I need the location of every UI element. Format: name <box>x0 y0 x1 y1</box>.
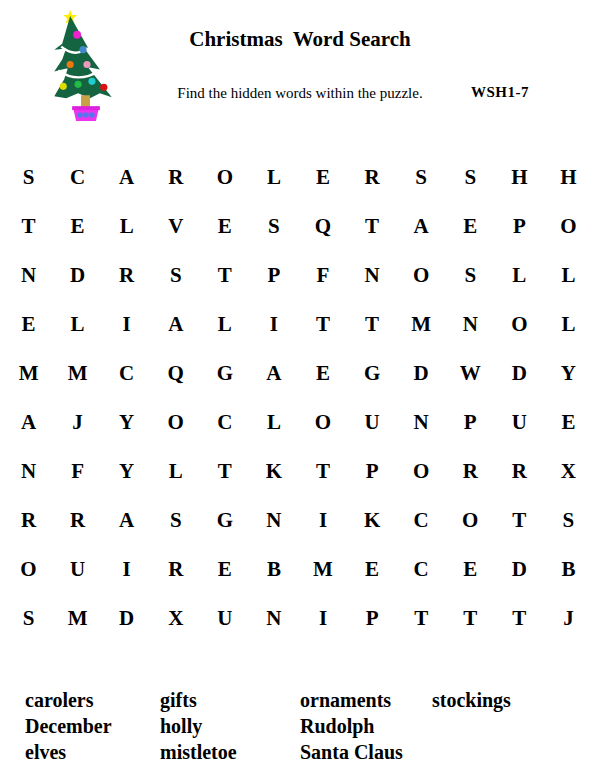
grid-cell-r1c4: R <box>151 153 200 202</box>
grid-cell-r7c9: O <box>397 447 446 496</box>
grid-cell-r7c1: N <box>4 447 53 496</box>
grid-cell-r1c2: C <box>53 153 102 202</box>
grid-cell-r6c12: E <box>544 398 593 447</box>
grid-cell-r1c10: S <box>446 153 495 202</box>
grid-cell-r8c3: A <box>102 496 151 545</box>
grid-cell-r9c12: B <box>544 545 593 594</box>
grid-cell-r4c6: I <box>249 300 298 349</box>
grid-cell-r6c1: A <box>4 398 53 447</box>
grid-cell-r2c12: O <box>544 202 593 251</box>
grid-cell-r6c4: O <box>151 398 200 447</box>
grid-cell-r3c12: L <box>544 251 593 300</box>
word-list-item: ornaments <box>300 687 403 713</box>
grid-cell-r8c9: C <box>397 496 446 545</box>
grid-cell-r4c11: O <box>495 300 544 349</box>
grid-cell-r9c11: D <box>495 545 544 594</box>
word-search-worksheet: Christmas Word Search Find the hidden wo… <box>0 0 600 772</box>
grid-cell-r8c8: K <box>348 496 397 545</box>
grid-cell-r9c8: E <box>348 545 397 594</box>
word-list-item: December <box>25 713 112 739</box>
grid-cell-r1c11: H <box>495 153 544 202</box>
grid-cell-r2c6: S <box>249 202 298 251</box>
grid-cell-r9c6: B <box>249 545 298 594</box>
grid-cell-r7c2: F <box>53 447 102 496</box>
grid-cell-r4c7: T <box>298 300 347 349</box>
grid-cell-r9c2: U <box>53 545 102 594</box>
grid-cell-r4c8: T <box>348 300 397 349</box>
grid-cell-r8c12: S <box>544 496 593 545</box>
grid-cell-r6c10: P <box>446 398 495 447</box>
grid-cell-r10c2: M <box>53 594 102 643</box>
grid-cell-r5c1: M <box>4 349 53 398</box>
grid-cell-r3c7: F <box>298 251 347 300</box>
grid-cell-r10c10: T <box>446 594 495 643</box>
grid-cell-r10c8: P <box>348 594 397 643</box>
word-list-item: carolers <box>25 687 112 713</box>
grid-cell-r6c6: L <box>249 398 298 447</box>
grid-cell-r7c3: Y <box>102 447 151 496</box>
grid-cell-r4c10: N <box>446 300 495 349</box>
grid-cell-r5c3: C <box>102 349 151 398</box>
grid-cell-r8c4: S <box>151 496 200 545</box>
grid-cell-r7c10: R <box>446 447 495 496</box>
puzzle-code: WSH1-7 <box>471 84 529 101</box>
grid-cell-r7c12: X <box>544 447 593 496</box>
word-list: carolersDecemberelvesgiftshollymistletoe… <box>0 687 600 767</box>
grid-cell-r2c11: P <box>495 202 544 251</box>
grid-cell-r8c7: I <box>298 496 347 545</box>
grid-cell-r3c6: P <box>249 251 298 300</box>
grid-cell-r10c4: X <box>151 594 200 643</box>
grid-cell-r6c11: U <box>495 398 544 447</box>
grid-cell-r10c12: J <box>544 594 593 643</box>
grid-cell-r3c3: R <box>102 251 151 300</box>
grid-cell-r1c1: S <box>4 153 53 202</box>
grid-cell-r2c7: Q <box>298 202 347 251</box>
word-list-column-3: ornamentsRudolphSanta Claus <box>300 687 403 765</box>
grid-cell-r2c8: T <box>348 202 397 251</box>
grid-cell-r5c2: M <box>53 349 102 398</box>
grid-cell-r1c6: L <box>249 153 298 202</box>
grid-cell-r2c2: E <box>53 202 102 251</box>
grid-cell-r7c4: L <box>151 447 200 496</box>
grid-cell-r3c4: S <box>151 251 200 300</box>
grid-cell-r9c3: I <box>102 545 151 594</box>
grid-cell-r10c6: N <box>249 594 298 643</box>
grid-cell-r4c5: L <box>200 300 249 349</box>
word-list-item: holly <box>160 713 237 739</box>
word-list-column-2: giftshollymistletoe <box>160 687 237 765</box>
grid-cell-r3c8: N <box>348 251 397 300</box>
grid-cell-r5c4: Q <box>151 349 200 398</box>
grid-cell-r10c9: T <box>397 594 446 643</box>
grid-cell-r2c3: L <box>102 202 151 251</box>
grid-cell-r10c5: U <box>200 594 249 643</box>
grid-cell-r4c2: L <box>53 300 102 349</box>
grid-cell-r6c2: J <box>53 398 102 447</box>
grid-cell-r9c7: M <box>298 545 347 594</box>
grid-cell-r2c5: E <box>200 202 249 251</box>
grid-cell-r1c3: A <box>102 153 151 202</box>
grid-cell-r9c5: E <box>200 545 249 594</box>
grid-cell-r7c7: T <box>298 447 347 496</box>
grid-cell-r4c3: I <box>102 300 151 349</box>
grid-cell-r6c3: Y <box>102 398 151 447</box>
grid-cell-r1c8: R <box>348 153 397 202</box>
grid-cell-r2c1: T <box>4 202 53 251</box>
grid-cell-r6c8: U <box>348 398 397 447</box>
grid-cell-r1c5: O <box>200 153 249 202</box>
grid-cell-r4c12: L <box>544 300 593 349</box>
christmas-tree-icon <box>54 8 120 122</box>
grid-cell-r10c7: I <box>298 594 347 643</box>
grid-cell-r8c1: R <box>4 496 53 545</box>
grid-cell-r3c1: N <box>4 251 53 300</box>
grid-cell-r5c9: D <box>397 349 446 398</box>
grid-cell-r5c5: G <box>200 349 249 398</box>
word-list-column-4: stockings <box>432 687 511 713</box>
word-list-item: stockings <box>432 687 511 713</box>
grid-cell-r5c11: D <box>495 349 544 398</box>
grid-cell-r6c5: C <box>200 398 249 447</box>
grid-cell-r10c1: S <box>4 594 53 643</box>
grid-cell-r7c6: K <box>249 447 298 496</box>
grid-cell-r10c11: T <box>495 594 544 643</box>
grid-cell-r3c5: T <box>200 251 249 300</box>
grid-cell-r5c12: Y <box>544 349 593 398</box>
grid-cell-r4c4: A <box>151 300 200 349</box>
grid-cell-r9c9: C <box>397 545 446 594</box>
grid-cell-r3c10: S <box>446 251 495 300</box>
grid-cell-r9c1: O <box>4 545 53 594</box>
grid-cell-r3c11: L <box>495 251 544 300</box>
word-list-item: gifts <box>160 687 237 713</box>
word-list-column-1: carolersDecemberelves <box>25 687 112 765</box>
grid-cell-r4c9: M <box>397 300 446 349</box>
grid-cell-r2c4: V <box>151 202 200 251</box>
grid-cell-r5c7: E <box>298 349 347 398</box>
grid-cell-r9c10: E <box>446 545 495 594</box>
grid-cell-r8c5: G <box>200 496 249 545</box>
grid-cell-r6c9: N <box>397 398 446 447</box>
grid-cell-r5c8: G <box>348 349 397 398</box>
grid-cell-r8c10: O <box>446 496 495 545</box>
grid-cell-r9c4: R <box>151 545 200 594</box>
grid-cell-r2c9: A <box>397 202 446 251</box>
grid-cell-r5c10: W <box>446 349 495 398</box>
word-list-item: Rudolph <box>300 713 403 739</box>
grid-cell-r8c2: R <box>53 496 102 545</box>
grid-cell-r5c6: A <box>249 349 298 398</box>
grid-cell-r10c3: D <box>102 594 151 643</box>
grid-cell-r2c10: E <box>446 202 495 251</box>
grid-cell-r7c8: P <box>348 447 397 496</box>
grid-cell-r8c6: N <box>249 496 298 545</box>
grid-cell-r1c12: H <box>544 153 593 202</box>
grid-cell-r7c11: R <box>495 447 544 496</box>
word-search-grid: SCAROLERSSHHTELVESQTAEPONDRSTPFNOSLLELIA… <box>4 153 593 643</box>
grid-cell-r7c5: T <box>200 447 249 496</box>
grid-cell-r4c1: E <box>4 300 53 349</box>
word-list-item: Santa Claus <box>300 739 403 765</box>
grid-cell-r3c9: O <box>397 251 446 300</box>
grid-cell-r3c2: D <box>53 251 102 300</box>
grid-cell-r1c9: S <box>397 153 446 202</box>
grid-cell-r1c7: E <box>298 153 347 202</box>
word-list-item: mistletoe <box>160 739 237 765</box>
grid-cell-r8c11: T <box>495 496 544 545</box>
word-list-item: elves <box>25 739 112 765</box>
grid-cell-r6c7: O <box>298 398 347 447</box>
page-title: Christmas Word Search <box>0 27 600 52</box>
